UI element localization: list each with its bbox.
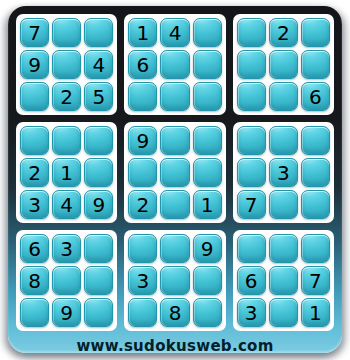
block-4: 21349 [16,122,117,223]
cell-r6c8[interactable] [269,190,298,219]
block-3: 26 [233,14,334,115]
block-5: 921 [124,122,225,223]
site-url: www.sudokusweb.com [76,337,273,355]
cell-r7c6[interactable]: 9 [193,234,222,263]
cell-r3c8[interactable] [269,82,298,111]
cell-r2c9[interactable] [301,50,330,79]
cell-r3c4[interactable] [128,82,157,111]
cell-r8c7[interactable]: 6 [237,266,266,295]
cell-r3c5[interactable] [160,82,189,111]
cell-r7c5[interactable] [160,234,189,263]
cell-r3c3[interactable]: 5 [84,82,113,111]
cell-r2c2[interactable] [52,50,81,79]
cell-r8c8[interactable] [269,266,298,295]
cell-r9c9[interactable]: 1 [301,298,330,327]
cell-r7c7[interactable] [237,234,266,263]
page: 7942514626213499213763899386731 www.sudo… [0,0,350,360]
cell-r3c7[interactable] [237,82,266,111]
cell-r2c8[interactable] [269,50,298,79]
cell-r6c5[interactable] [160,190,189,219]
block-8: 938 [124,230,225,331]
cell-r8c4[interactable]: 3 [128,266,157,295]
cell-r6c2[interactable]: 4 [52,190,81,219]
cell-r8c6[interactable] [193,266,222,295]
cell-r9c2[interactable]: 9 [52,298,81,327]
cell-r6c3[interactable]: 9 [84,190,113,219]
block-1: 79425 [16,14,117,115]
cell-r4c8[interactable] [269,126,298,155]
cell-r3c2[interactable]: 2 [52,82,81,111]
cell-r3c6[interactable] [193,82,222,111]
cell-r2c4[interactable]: 6 [128,50,157,79]
cell-r6c6[interactable]: 1 [193,190,222,219]
cell-r2c5[interactable] [160,50,189,79]
cell-r4c2[interactable] [52,126,81,155]
block-7: 6389 [16,230,117,331]
cell-r9c6[interactable] [193,298,222,327]
cell-r4c5[interactable] [160,126,189,155]
footer: www.sudokusweb.com [16,331,334,360]
cell-r8c5[interactable] [160,266,189,295]
cell-r9c3[interactable] [84,298,113,327]
cell-r1c7[interactable] [237,18,266,47]
cell-r6c7[interactable]: 7 [237,190,266,219]
cell-r5c5[interactable] [160,158,189,187]
cell-r8c9[interactable]: 7 [301,266,330,295]
cell-r4c7[interactable] [237,126,266,155]
cell-r3c9[interactable]: 6 [301,82,330,111]
cell-r2c1[interactable]: 9 [20,50,49,79]
cell-r1c1[interactable]: 7 [20,18,49,47]
cell-r9c4[interactable] [128,298,157,327]
block-6: 37 [233,122,334,223]
cell-r9c1[interactable] [20,298,49,327]
cell-r9c8[interactable] [269,298,298,327]
cell-r1c8[interactable]: 2 [269,18,298,47]
cell-r1c2[interactable] [52,18,81,47]
cell-r1c9[interactable] [301,18,330,47]
cell-r6c1[interactable]: 3 [20,190,49,219]
cell-r7c9[interactable] [301,234,330,263]
cell-r7c4[interactable] [128,234,157,263]
cell-r5c8[interactable]: 3 [269,158,298,187]
cell-r4c4[interactable]: 9 [128,126,157,155]
cell-r5c6[interactable] [193,158,222,187]
cell-r5c3[interactable] [84,158,113,187]
cell-r7c2[interactable]: 3 [52,234,81,263]
cell-r8c3[interactable] [84,266,113,295]
cell-r1c3[interactable] [84,18,113,47]
cell-r4c9[interactable] [301,126,330,155]
cell-r5c2[interactable]: 1 [52,158,81,187]
cell-r9c7[interactable]: 3 [237,298,266,327]
cell-r1c6[interactable] [193,18,222,47]
cell-r6c4[interactable]: 2 [128,190,157,219]
cell-r4c1[interactable] [20,126,49,155]
cell-r6c9[interactable] [301,190,330,219]
cell-r3c1[interactable] [20,82,49,111]
cell-r2c3[interactable]: 4 [84,50,113,79]
block-2: 146 [124,14,225,115]
cell-r4c6[interactable] [193,126,222,155]
cell-r9c5[interactable]: 8 [160,298,189,327]
cell-r1c5[interactable]: 4 [160,18,189,47]
block-9: 6731 [233,230,334,331]
sudoku-board: 7942514626213499213763899386731 [16,14,334,331]
cell-r1c4[interactable]: 1 [128,18,157,47]
cell-r5c4[interactable] [128,158,157,187]
sudoku-frame: 7942514626213499213763899386731 www.sudo… [8,6,342,353]
cell-r2c6[interactable] [193,50,222,79]
cell-r8c2[interactable] [52,266,81,295]
cell-r7c1[interactable]: 6 [20,234,49,263]
cell-r4c3[interactable] [84,126,113,155]
cell-r5c1[interactable]: 2 [20,158,49,187]
cell-r5c9[interactable] [301,158,330,187]
cell-r5c7[interactable] [237,158,266,187]
cell-r7c8[interactable] [269,234,298,263]
cell-r2c7[interactable] [237,50,266,79]
cell-r7c3[interactable] [84,234,113,263]
cell-r8c1[interactable]: 8 [20,266,49,295]
